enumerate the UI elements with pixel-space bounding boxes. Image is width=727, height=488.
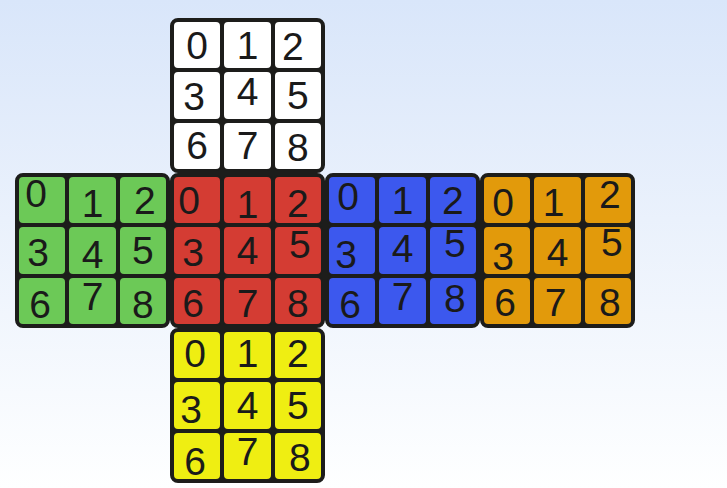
sticker-label: 4	[237, 231, 259, 270]
sticker-label: 0	[25, 175, 47, 213]
sticker-label: 7	[237, 284, 259, 323]
sticker-yellow-3: 3	[172, 380, 222, 430]
sticker-label: 3	[180, 390, 202, 429]
sticker-white-4: 4	[222, 70, 272, 120]
sticker-label: 6	[182, 284, 204, 323]
face-orange: 012345678	[480, 173, 635, 328]
sticker-red-6: 6	[172, 276, 222, 326]
sticker-green-1: 1	[67, 175, 117, 225]
sticker-blue-7: 7	[377, 276, 427, 326]
sticker-label: 6	[339, 285, 361, 324]
sticker-white-6: 6	[172, 121, 222, 171]
sticker-label: 8	[599, 283, 621, 322]
sticker-green-6: 6	[17, 276, 67, 326]
sticker-label: 0	[184, 334, 206, 373]
sticker-yellow-1: 1	[222, 330, 272, 380]
sticker-label: 5	[601, 225, 623, 262]
sticker-green-0: 0	[17, 175, 67, 225]
sticker-white-3: 3	[172, 70, 222, 120]
sticker-blue-3: 3	[327, 225, 377, 275]
sticker-label: 8	[132, 285, 154, 324]
sticker-label: 7	[237, 432, 259, 471]
sticker-label: 2	[287, 184, 309, 223]
sticker-red-0: 0	[172, 175, 222, 225]
sticker-red-7: 7	[222, 276, 272, 326]
sticker-orange-4: 4	[532, 225, 582, 275]
sticker-orange-3: 3	[482, 225, 532, 275]
sticker-label: 1	[392, 181, 414, 220]
sticker-label: 4	[547, 233, 569, 272]
sticker-blue-2: 2	[428, 175, 478, 225]
sticker-white-1: 1	[222, 20, 272, 70]
sticker-white-7: 7	[222, 121, 272, 171]
sticker-yellow-0: 0	[172, 330, 222, 380]
sticker-label: 8	[289, 438, 311, 477]
sticker-red-1: 1	[222, 175, 272, 225]
sticker-blue-8: 8	[428, 276, 478, 326]
sticker-label: 7	[545, 283, 567, 322]
cube-net: 012345678 012345678 012345678 012345678 …	[0, 0, 727, 488]
sticker-label: 0	[492, 183, 514, 222]
sticker-blue-0: 0	[327, 175, 377, 225]
sticker-red-3: 3	[172, 225, 222, 275]
sticker-blue-4: 4	[377, 225, 427, 275]
sticker-white-2: 2	[273, 20, 323, 70]
sticker-label: 1	[82, 184, 104, 223]
sticker-red-2: 2	[273, 175, 323, 225]
sticker-label: 3	[183, 77, 205, 116]
sticker-label: 3	[27, 233, 49, 272]
face-yellow: 012345678	[170, 328, 325, 483]
sticker-label: 6	[186, 126, 208, 165]
sticker-label: 5	[444, 225, 466, 263]
sticker-yellow-2: 2	[273, 330, 323, 380]
sticker-blue-1: 1	[377, 175, 427, 225]
sticker-label: 0	[186, 26, 208, 65]
sticker-label: 1	[237, 334, 259, 373]
sticker-yellow-4: 4	[222, 380, 272, 430]
sticker-label: 8	[287, 128, 309, 167]
sticker-orange-8: 8	[583, 276, 633, 326]
sticker-label: 0	[337, 177, 359, 216]
sticker-green-7: 7	[67, 276, 117, 326]
sticker-label: 8	[287, 284, 309, 323]
sticker-label: 5	[287, 76, 309, 115]
sticker-label: 3	[335, 235, 357, 274]
sticker-orange-1: 1	[532, 175, 582, 225]
face-white: 012345678	[170, 18, 325, 173]
sticker-label: 3	[182, 233, 204, 272]
sticker-label: 1	[237, 26, 259, 65]
sticker-label: 4	[82, 235, 104, 274]
sticker-blue-6: 6	[327, 276, 377, 326]
sticker-label: 6	[494, 283, 516, 322]
sticker-label: 7	[392, 277, 414, 316]
sticker-green-5: 5	[118, 225, 168, 275]
sticker-white-8: 8	[273, 121, 323, 171]
sticker-yellow-8: 8	[273, 431, 323, 481]
sticker-red-4: 4	[222, 225, 272, 275]
sticker-label: 2	[599, 175, 621, 214]
sticker-label: 7	[237, 126, 259, 165]
sticker-green-3: 3	[17, 225, 67, 275]
sticker-orange-6: 6	[482, 276, 532, 326]
sticker-orange-2: 2	[583, 175, 633, 225]
sticker-label: 6	[29, 285, 51, 324]
sticker-label: 6	[184, 442, 206, 481]
sticker-label: 0	[178, 181, 200, 220]
sticker-blue-5: 5	[428, 225, 478, 275]
face-red: 012345678	[170, 173, 325, 328]
sticker-label: 1	[237, 185, 259, 224]
sticker-label: 2	[282, 27, 304, 66]
sticker-label: 7	[82, 277, 104, 316]
sticker-label: 2	[287, 334, 309, 373]
sticker-orange-0: 0	[482, 175, 532, 225]
sticker-red-5: 5	[273, 225, 323, 275]
sticker-label: 1	[543, 183, 565, 222]
sticker-label: 2	[134, 181, 156, 220]
sticker-green-2: 2	[118, 175, 168, 225]
sticker-yellow-6: 6	[172, 431, 222, 481]
sticker-label: 4	[237, 72, 259, 111]
sticker-label: 5	[132, 231, 154, 270]
sticker-yellow-7: 7	[222, 431, 272, 481]
sticker-white-5: 5	[273, 70, 323, 120]
sticker-orange-7: 7	[532, 276, 582, 326]
sticker-yellow-5: 5	[273, 380, 323, 430]
sticker-label: 4	[237, 386, 259, 425]
sticker-white-0: 0	[172, 20, 222, 70]
sticker-green-8: 8	[118, 276, 168, 326]
sticker-label: 5	[287, 386, 309, 425]
sticker-red-8: 8	[273, 276, 323, 326]
sticker-label: 8	[444, 279, 466, 318]
face-green: 012345678	[15, 173, 170, 328]
sticker-green-4: 4	[67, 225, 117, 275]
sticker-label: 2	[442, 181, 464, 220]
sticker-orange-5: 5	[583, 225, 633, 275]
sticker-label: 4	[392, 229, 414, 268]
face-blue: 012345678	[325, 173, 480, 328]
sticker-label: 3	[492, 237, 514, 276]
sticker-label: 5	[289, 225, 311, 264]
